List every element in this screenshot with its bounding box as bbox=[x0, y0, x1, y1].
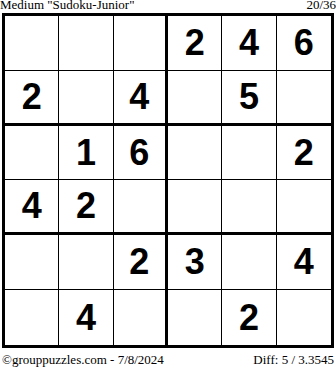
cell-r2c2[interactable] bbox=[59, 71, 113, 126]
blank-cell-counter: 20/36 bbox=[306, 0, 336, 12]
cell-r6c2[interactable]: 4 bbox=[59, 290, 113, 345]
cell-r2c3[interactable]: 4 bbox=[114, 71, 168, 126]
cell-r6c1[interactable] bbox=[5, 290, 59, 345]
cell-r4c3[interactable] bbox=[114, 180, 168, 235]
cell-r6c3[interactable] bbox=[114, 290, 168, 345]
cell-r5c4[interactable]: 3 bbox=[168, 235, 222, 290]
cell-r1c3[interactable] bbox=[114, 16, 168, 71]
cell-r1c1[interactable] bbox=[5, 16, 59, 71]
cell-r6c6[interactable] bbox=[277, 290, 331, 345]
cell-r3c5[interactable] bbox=[222, 126, 276, 181]
puzzle-title: Medium "Sudoku-Junior" bbox=[0, 0, 134, 12]
puzzle-page: Medium "Sudoku-Junior" 20/36 24624516242… bbox=[0, 0, 336, 370]
cell-r1c6[interactable]: 6 bbox=[277, 16, 331, 71]
cell-r2c1[interactable]: 2 bbox=[5, 71, 59, 126]
cell-r1c2[interactable] bbox=[59, 16, 113, 71]
cell-r1c4[interactable]: 2 bbox=[168, 16, 222, 71]
cell-r2c4[interactable] bbox=[168, 71, 222, 126]
cell-r3c3[interactable]: 6 bbox=[114, 126, 168, 181]
cell-r3c6[interactable]: 2 bbox=[277, 126, 331, 181]
cell-r3c1[interactable] bbox=[5, 126, 59, 181]
cell-r5c6[interactable]: 4 bbox=[277, 235, 331, 290]
cell-r4c4[interactable] bbox=[168, 180, 222, 235]
cell-r4c6[interactable] bbox=[277, 180, 331, 235]
cell-r5c5[interactable] bbox=[222, 235, 276, 290]
cell-r4c5[interactable] bbox=[222, 180, 276, 235]
cell-r4c1[interactable]: 4 bbox=[5, 180, 59, 235]
cell-r6c5[interactable]: 2 bbox=[222, 290, 276, 345]
cell-r5c1[interactable] bbox=[5, 235, 59, 290]
sudoku-board: 2462451624223442 bbox=[2, 13, 334, 348]
cell-r3c4[interactable] bbox=[168, 126, 222, 181]
cell-r2c6[interactable] bbox=[277, 71, 331, 126]
page-header: Medium "Sudoku-Junior" 20/36 bbox=[0, 0, 336, 12]
cell-r6c4[interactable] bbox=[168, 290, 222, 345]
cell-r5c2[interactable] bbox=[59, 235, 113, 290]
copyright-credit: ©grouppuzzles.com - 7/8/2024 bbox=[2, 353, 164, 367]
difficulty-rating: Diff: 5 / 3.3545 bbox=[253, 353, 334, 367]
cell-r2c5[interactable]: 5 bbox=[222, 71, 276, 126]
cell-r4c2[interactable]: 2 bbox=[59, 180, 113, 235]
cell-r5c3[interactable]: 2 bbox=[114, 235, 168, 290]
page-footer: ©grouppuzzles.com - 7/8/2024 Diff: 5 / 3… bbox=[2, 353, 334, 367]
cell-r1c5[interactable]: 4 bbox=[222, 16, 276, 71]
cell-r3c2[interactable]: 1 bbox=[59, 126, 113, 181]
